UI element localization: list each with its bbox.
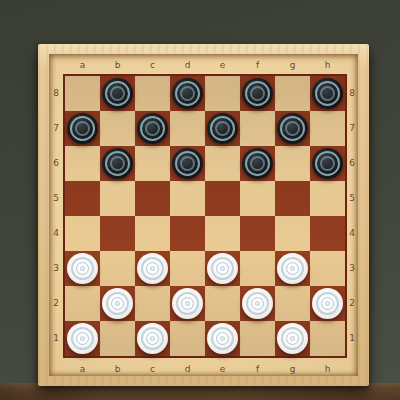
piece-black-c7[interactable] — [137, 113, 168, 144]
square-c6[interactable] — [135, 146, 170, 181]
piece-black-e7[interactable] — [207, 113, 238, 144]
square-g5[interactable] — [275, 181, 310, 216]
square-e6[interactable] — [205, 146, 240, 181]
square-h8[interactable] — [310, 76, 345, 111]
piece-white-g1[interactable] — [277, 323, 308, 354]
square-c8[interactable] — [135, 76, 170, 111]
rank-label-left-7: 7 — [50, 111, 62, 146]
rank-label-right-6: 6 — [346, 146, 358, 181]
piece-white-e1[interactable] — [207, 323, 238, 354]
photo-scene: abcdefgh abcdefgh 87654321 87654321 — [0, 0, 400, 400]
file-label-bottom-h: h — [310, 362, 345, 376]
square-f3[interactable] — [240, 251, 275, 286]
square-h3[interactable] — [310, 251, 345, 286]
square-c4[interactable] — [135, 216, 170, 251]
file-label-bottom-a: a — [65, 362, 100, 376]
square-e8[interactable] — [205, 76, 240, 111]
rank-label-right-2: 2 — [346, 286, 358, 321]
square-a1[interactable] — [65, 321, 100, 356]
board-grid — [63, 74, 347, 358]
square-e1[interactable] — [205, 321, 240, 356]
rank-label-right-3: 3 — [346, 251, 358, 286]
file-label-top-g: g — [275, 58, 310, 72]
square-g6[interactable] — [275, 146, 310, 181]
square-g7[interactable] — [275, 111, 310, 146]
square-b5[interactable] — [100, 181, 135, 216]
rank-label-left-4: 4 — [50, 216, 62, 251]
square-g4[interactable] — [275, 216, 310, 251]
rank-label-left-1: 1 — [50, 321, 62, 356]
square-b6[interactable] — [100, 146, 135, 181]
piece-white-g3[interactable] — [277, 253, 308, 284]
rank-label-left-2: 2 — [50, 286, 62, 321]
piece-white-h2[interactable] — [312, 288, 343, 319]
board-frame: abcdefgh abcdefgh 87654321 87654321 — [38, 44, 369, 386]
file-label-top-d: d — [170, 58, 205, 72]
square-g8[interactable] — [275, 76, 310, 111]
rank-label-right-1: 1 — [346, 321, 358, 356]
file-label-bottom-b: b — [100, 362, 135, 376]
square-a3[interactable] — [65, 251, 100, 286]
file-label-bottom-g: g — [275, 362, 310, 376]
square-e4[interactable] — [205, 216, 240, 251]
square-e3[interactable] — [205, 251, 240, 286]
rank-label-left-3: 3 — [50, 251, 62, 286]
file-label-bottom-f: f — [240, 362, 275, 376]
file-label-bottom-c: c — [135, 362, 170, 376]
square-g3[interactable] — [275, 251, 310, 286]
square-f2[interactable] — [240, 286, 275, 321]
rank-label-right-8: 8 — [346, 76, 358, 111]
piece-black-b8[interactable] — [102, 78, 133, 109]
square-c2[interactable] — [135, 286, 170, 321]
file-label-top-b: b — [100, 58, 135, 72]
piece-white-c1[interactable] — [137, 323, 168, 354]
square-b8[interactable] — [100, 76, 135, 111]
square-a8[interactable] — [65, 76, 100, 111]
piece-white-e3[interactable] — [207, 253, 238, 284]
piece-black-d8[interactable] — [172, 78, 203, 109]
square-c1[interactable] — [135, 321, 170, 356]
piece-white-f2[interactable] — [242, 288, 273, 319]
square-c3[interactable] — [135, 251, 170, 286]
square-f5[interactable] — [240, 181, 275, 216]
piece-black-h6[interactable] — [312, 148, 343, 179]
file-labels-top: abcdefgh — [65, 58, 345, 72]
piece-black-h8[interactable] — [312, 78, 343, 109]
piece-white-a1[interactable] — [67, 323, 98, 354]
piece-black-f6[interactable] — [242, 148, 273, 179]
square-d4[interactable] — [170, 216, 205, 251]
rank-label-right-5: 5 — [346, 181, 358, 216]
square-h7[interactable] — [310, 111, 345, 146]
square-e7[interactable] — [205, 111, 240, 146]
square-e2[interactable] — [205, 286, 240, 321]
rank-label-left-8: 8 — [50, 76, 62, 111]
piece-black-d6[interactable] — [172, 148, 203, 179]
piece-black-f8[interactable] — [242, 78, 273, 109]
square-d7[interactable] — [170, 111, 205, 146]
square-c7[interactable] — [135, 111, 170, 146]
square-d5[interactable] — [170, 181, 205, 216]
square-h1[interactable] — [310, 321, 345, 356]
square-b4[interactable] — [100, 216, 135, 251]
square-g2[interactable] — [275, 286, 310, 321]
square-c5[interactable] — [135, 181, 170, 216]
square-a2[interactable] — [65, 286, 100, 321]
piece-white-d2[interactable] — [172, 288, 203, 319]
rank-label-left-5: 5 — [50, 181, 62, 216]
square-f8[interactable] — [240, 76, 275, 111]
square-d3[interactable] — [170, 251, 205, 286]
square-f6[interactable] — [240, 146, 275, 181]
square-f1[interactable] — [240, 321, 275, 356]
square-d2[interactable] — [170, 286, 205, 321]
piece-black-b6[interactable] — [102, 148, 133, 179]
board-face: abcdefgh abcdefgh 87654321 87654321 — [49, 54, 358, 376]
square-h4[interactable] — [310, 216, 345, 251]
square-h6[interactable] — [310, 146, 345, 181]
square-d1[interactable] — [170, 321, 205, 356]
square-d8[interactable] — [170, 76, 205, 111]
piece-white-b2[interactable] — [102, 288, 133, 319]
file-label-top-e: e — [205, 58, 240, 72]
square-h2[interactable] — [310, 286, 345, 321]
piece-black-g7[interactable] — [277, 113, 308, 144]
square-a6[interactable] — [65, 146, 100, 181]
piece-white-a3[interactable] — [67, 253, 98, 284]
square-b1[interactable] — [100, 321, 135, 356]
rank-label-left-6: 6 — [50, 146, 62, 181]
file-labels-bottom: abcdefgh — [65, 362, 345, 376]
square-a4[interactable] — [65, 216, 100, 251]
square-b2[interactable] — [100, 286, 135, 321]
rank-labels-left: 87654321 — [50, 76, 62, 356]
square-a7[interactable] — [65, 111, 100, 146]
piece-white-c3[interactable] — [137, 253, 168, 284]
file-label-top-c: c — [135, 58, 170, 72]
square-b7[interactable] — [100, 111, 135, 146]
piece-black-a7[interactable] — [67, 113, 98, 144]
square-f7[interactable] — [240, 111, 275, 146]
square-g1[interactable] — [275, 321, 310, 356]
square-a5[interactable] — [65, 181, 100, 216]
rank-label-right-4: 4 — [346, 216, 358, 251]
square-d6[interactable] — [170, 146, 205, 181]
file-label-top-f: f — [240, 58, 275, 72]
file-label-top-h: h — [310, 58, 345, 72]
square-h5[interactable] — [310, 181, 345, 216]
file-label-bottom-d: d — [170, 362, 205, 376]
square-b3[interactable] — [100, 251, 135, 286]
rank-labels-right: 87654321 — [346, 76, 358, 356]
square-e5[interactable] — [205, 181, 240, 216]
file-label-top-a: a — [65, 58, 100, 72]
rank-label-right-7: 7 — [346, 111, 358, 146]
file-label-bottom-e: e — [205, 362, 240, 376]
square-f4[interactable] — [240, 216, 275, 251]
